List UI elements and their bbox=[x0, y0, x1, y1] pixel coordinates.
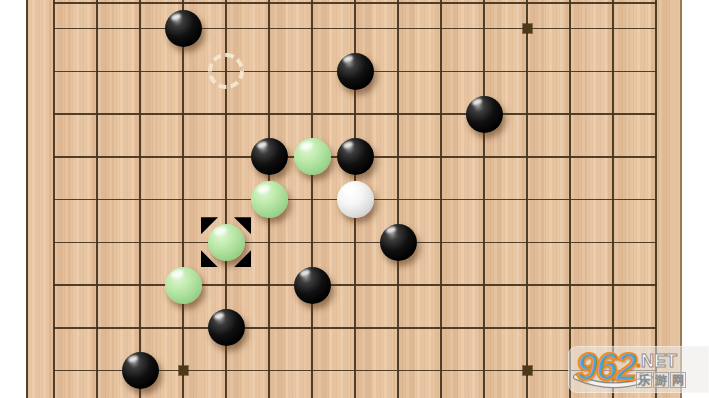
watermark-chinese-char: 乐 bbox=[636, 372, 652, 388]
black-stone[interactable] bbox=[337, 138, 374, 175]
grid-line-horizontal bbox=[53, 2, 657, 4]
selection-corner-icon bbox=[201, 217, 218, 234]
black-stone[interactable] bbox=[251, 138, 288, 175]
black-stone[interactable] bbox=[165, 10, 202, 47]
grid-line-horizontal bbox=[53, 28, 657, 30]
black-stone[interactable] bbox=[337, 53, 374, 90]
watermark-number: 962 bbox=[576, 347, 635, 387]
watermark-text: 962 .NET 乐游网 bbox=[576, 347, 686, 388]
white-stone[interactable] bbox=[337, 181, 374, 218]
selection-corner-icon bbox=[201, 250, 218, 267]
grid-line-horizontal bbox=[53, 242, 657, 244]
watermark-net: .NET bbox=[636, 352, 677, 371]
watermark: 962 .NET 乐游网 bbox=[568, 346, 709, 393]
green-stone[interactable] bbox=[251, 181, 288, 218]
black-stone[interactable] bbox=[466, 96, 503, 133]
grid-line-horizontal bbox=[53, 113, 657, 115]
green-stone[interactable] bbox=[294, 138, 331, 175]
selection-corner-icon bbox=[234, 217, 251, 234]
star-point bbox=[523, 24, 532, 33]
star-point bbox=[523, 366, 532, 375]
black-stone[interactable] bbox=[294, 267, 331, 304]
dashed-circle-marker bbox=[208, 53, 244, 89]
green-stone[interactable] bbox=[165, 267, 202, 304]
game-screen: 962 .NET 乐游网 bbox=[0, 0, 709, 398]
watermark-chinese: 乐游网 bbox=[636, 372, 686, 388]
watermark-chinese-char: 游 bbox=[653, 372, 669, 388]
black-stone[interactable] bbox=[208, 309, 245, 346]
selection-corner-icon bbox=[234, 250, 251, 267]
black-stone[interactable] bbox=[122, 352, 159, 389]
selection-brackets bbox=[201, 217, 251, 267]
grid-line-horizontal bbox=[53, 284, 657, 286]
black-stone[interactable] bbox=[380, 224, 417, 261]
star-point bbox=[179, 366, 188, 375]
grid-line-horizontal bbox=[53, 327, 657, 329]
watermark-chinese-char: 网 bbox=[670, 372, 686, 388]
